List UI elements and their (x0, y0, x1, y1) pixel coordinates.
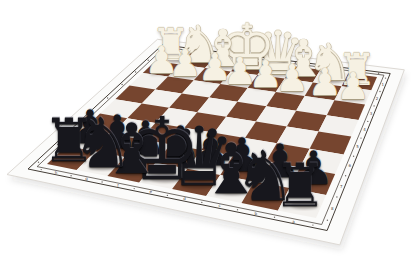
border-dot (312, 224, 313, 225)
border-dot (367, 121, 368, 122)
border-dot (360, 137, 361, 138)
rank-label: 1 (382, 82, 385, 87)
piece-black-rook-h8[interactable]: ♜ (42, 110, 96, 170)
border-dot (353, 156, 354, 157)
border-dot (385, 77, 386, 78)
rank-label: 7 (340, 184, 343, 189)
piece-white-pawn-h2[interactable]: ♟ (145, 41, 178, 78)
rank-label: 6 (348, 163, 351, 168)
border-dot (38, 162, 39, 163)
piece-white-pawn-b2[interactable]: ♟ (308, 64, 341, 101)
border-dot (135, 71, 136, 72)
rank-label: 8 (331, 206, 334, 211)
border-dot (336, 196, 337, 197)
border-dot (379, 91, 380, 92)
border-dot (378, 73, 379, 74)
rank-label: 4 (363, 127, 366, 132)
border-dot (107, 97, 108, 98)
rank-label: 5 (356, 144, 359, 149)
chess-set-photo: hgfedcba12345678♜♞♝♛♚♝♞♜♟♟♟♟♟♟♟♟♟♟♟♟♟♟♟♟… (0, 0, 420, 259)
piece-white-pawn-f2[interactable]: ♟ (198, 49, 231, 86)
border-dot (345, 175, 346, 176)
border-dot (327, 220, 328, 221)
rank-label: 3 (370, 111, 373, 116)
border-dot (121, 84, 122, 85)
border-dot (373, 105, 374, 106)
